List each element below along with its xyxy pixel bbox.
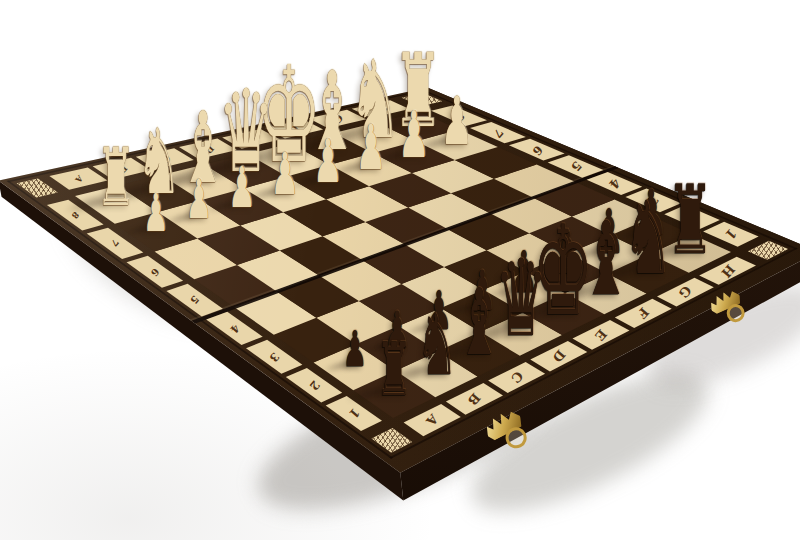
piece-light-pawn-e7[interactable]: ♟	[313, 131, 343, 191]
piece-light-pawn-b7[interactable]: ♟	[186, 173, 213, 227]
piece-light-pawn-a7[interactable]: ♟	[143, 187, 169, 239]
piece-light-pawn-f7[interactable]: ♟	[355, 117, 386, 180]
piece-light-rook-a8[interactable]: ♜	[97, 137, 137, 217]
piece-light-pawn-c7[interactable]: ♟	[228, 159, 256, 215]
piece-dark-rook-a1[interactable]: ♜	[376, 332, 413, 406]
piece-light-pawn-d7[interactable]: ♟	[271, 145, 300, 203]
piece-dark-pawn-a2[interactable]: ♟	[342, 325, 366, 374]
piece-light-pawn-g7[interactable]: ♟	[398, 103, 430, 168]
piece-light-pawn-h7[interactable]: ♟	[440, 89, 473, 156]
piece-dark-knight-b1[interactable]: ♞	[416, 303, 458, 387]
piece-dark-queen-d1[interactable]: ♛	[495, 245, 547, 351]
piece-dark-rook-h1[interactable]: ♜	[667, 173, 714, 269]
piece-dark-bishop-c1[interactable]: ♝	[456, 277, 501, 368]
product-photo: AA11BB22CC33DD44EE55FF66GG77HH88♜♞♟♝♟♚♟♛…	[0, 0, 800, 540]
